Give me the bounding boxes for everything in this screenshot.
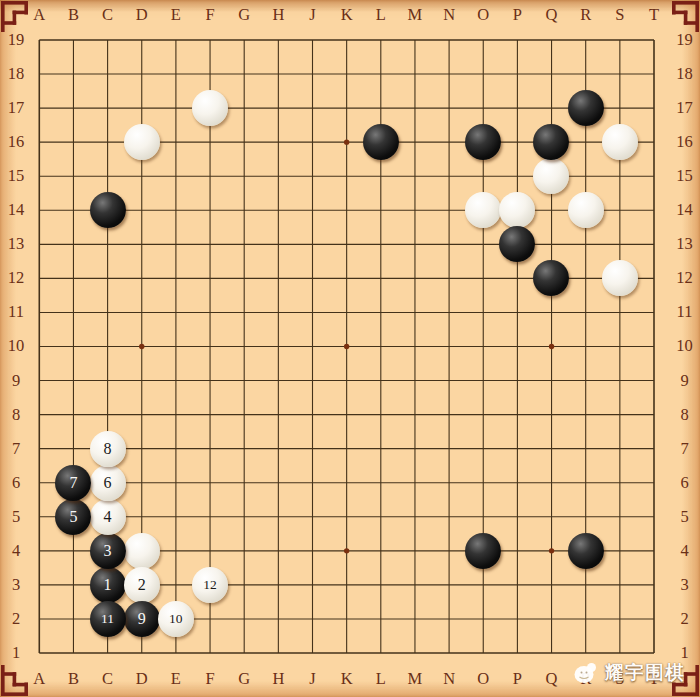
column-label-bottom: H [272,671,284,688]
row-label-left: 3 [12,577,20,594]
stone-white-S16 [602,124,638,160]
move-number: 5 [55,499,91,535]
stone-black-R4 [568,533,604,569]
move-number: 10 [158,601,194,637]
column-label-top: M [408,7,423,24]
column-label-top: O [477,7,489,24]
stone-white-Q15 [533,158,569,194]
column-label-bottom: O [477,671,489,688]
watermark-mascot-icon [574,661,600,685]
stone-white-D3: 2 [124,567,160,603]
column-label-top: L [376,7,386,24]
go-board-diagram: AABBCCDDEEFFGGHHJJKKLLMMNNOOPPQQRRSSTT19… [0,0,700,697]
row-label-left: 6 [12,474,20,491]
row-label-right: 4 [680,543,688,560]
column-label-top: T [649,7,659,24]
watermark-text: 耀宇围棋 [605,660,685,686]
column-label-top: D [136,7,148,24]
move-number: 8 [90,431,126,467]
column-label-bottom: L [376,671,386,688]
column-label-top: C [102,7,113,24]
row-label-left: 8 [12,406,20,423]
move-number: 11 [90,601,126,637]
row-label-right: 18 [676,66,693,83]
move-number: 12 [192,567,228,603]
row-label-right: 10 [676,338,693,355]
stone-white-F3: 12 [192,567,228,603]
row-label-right: 2 [680,611,688,628]
row-label-left: 2 [12,611,20,628]
column-label-top: B [68,7,79,24]
stone-black-R17 [568,90,604,126]
column-label-top: S [615,7,624,24]
column-label-bottom: Q [546,671,558,688]
stone-white-D4 [124,533,160,569]
frame-corner-ornament [1,1,31,41]
row-label-right: 14 [676,202,693,219]
column-label-top: E [171,7,181,24]
row-label-right: 17 [676,100,693,117]
row-label-right: 7 [680,440,688,457]
row-label-right: 12 [676,270,693,287]
move-number: 9 [124,601,160,637]
stone-black-O16 [465,124,501,160]
stone-white-R14 [568,192,604,228]
column-label-top: R [580,7,591,24]
stone-white-O14 [465,192,501,228]
row-label-left: 5 [12,509,20,526]
column-label-bottom: D [136,671,148,688]
stone-black-D2: 9 [124,601,160,637]
stone-black-C3: 1 [90,567,126,603]
stone-black-C14 [90,192,126,228]
move-number: 2 [124,567,160,603]
stone-black-C2: 11 [90,601,126,637]
column-label-bottom: B [68,671,79,688]
row-label-left: 4 [12,543,20,560]
column-label-bottom: K [341,671,353,688]
stone-black-C4: 3 [90,533,126,569]
row-label-right: 15 [676,168,693,185]
stone-black-O4 [465,533,501,569]
column-label-bottom: M [408,671,423,688]
stone-black-B6: 7 [55,465,91,501]
stone-white-P14 [499,192,535,228]
column-label-bottom: N [443,671,455,688]
row-label-right: 13 [676,236,693,253]
column-label-top: G [238,7,250,24]
row-label-right: 11 [677,304,693,321]
move-number: 6 [90,465,126,501]
column-label-bottom: J [309,671,315,688]
column-label-top: N [443,7,455,24]
row-label-right: 16 [676,134,693,151]
stone-black-Q12 [533,260,569,296]
column-label-bottom: P [513,671,522,688]
stone-white-F17 [192,90,228,126]
move-number: 7 [55,465,91,501]
column-label-top: Q [546,7,558,24]
column-label-top: J [309,7,315,24]
frame-corner-ornament [669,1,699,41]
frame-corner-ornament [1,656,31,696]
stones-layer: 123456789101112 [22,23,671,670]
row-label-right: 8 [680,406,688,423]
column-label-top: P [513,7,522,24]
watermark: 耀宇围棋 [574,660,685,686]
row-label-right: 9 [680,372,688,389]
stone-white-S12 [602,260,638,296]
column-label-bottom: F [205,671,214,688]
stone-black-P13 [499,226,535,262]
column-label-bottom: G [238,671,250,688]
column-label-top: F [205,7,214,24]
stone-white-E2: 10 [158,601,194,637]
stone-black-B5: 5 [55,499,91,535]
stone-white-C6: 6 [90,465,126,501]
column-label-bottom: E [171,671,181,688]
row-label-right: 5 [680,509,688,526]
move-number: 4 [90,499,126,535]
stone-white-D16 [124,124,160,160]
stone-black-L16 [363,124,399,160]
row-label-left: 9 [12,372,20,389]
move-number: 1 [90,567,126,603]
column-label-top: H [272,7,284,24]
row-label-left: 7 [12,440,20,457]
column-label-bottom: C [102,671,113,688]
column-label-bottom: A [33,671,45,688]
move-number: 3 [90,533,126,569]
row-label-right: 3 [680,577,688,594]
stone-white-C5: 4 [90,499,126,535]
column-label-top: A [33,7,45,24]
row-label-right: 6 [680,474,688,491]
stone-black-Q16 [533,124,569,160]
column-label-top: K [341,7,353,24]
stone-white-C7: 8 [90,431,126,467]
